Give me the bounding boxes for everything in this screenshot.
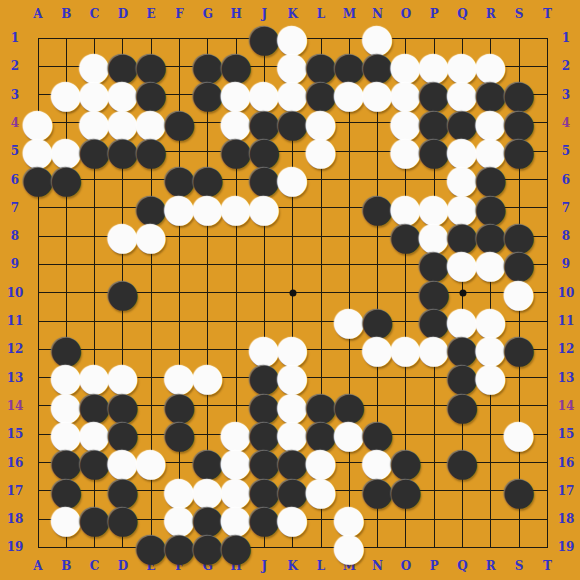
white-stone-Q9[interactable]: ●: [448, 250, 476, 278]
white-stone-R9[interactable]: ●: [477, 250, 505, 278]
white-stone-L17[interactable]: ●: [307, 477, 335, 505]
stones-layer: ●●●●●●●●●●●●●●●●●●●●●●●●●●●●●●●●●●●●●●●●…: [24, 24, 562, 562]
black-stone-J18[interactable]: ●: [250, 505, 278, 533]
row-label-right: 8: [562, 229, 570, 243]
row-label-left: 2: [11, 59, 19, 73]
black-stone-F19[interactable]: ●: [165, 533, 193, 561]
column-label-top: D: [118, 7, 128, 21]
column-label-top: L: [317, 7, 325, 21]
black-stone-F15[interactable]: ●: [165, 420, 193, 448]
black-stone-B6[interactable]: ●: [52, 165, 80, 193]
row-label-right: 9: [562, 257, 570, 271]
black-stone-P5[interactable]: ●: [420, 137, 448, 165]
black-stone-H19[interactable]: ●: [222, 533, 250, 561]
black-stone-N17[interactable]: ●: [363, 477, 391, 505]
row-label-left: 18: [7, 512, 24, 526]
white-stone-H7[interactable]: ●: [222, 194, 250, 222]
white-stone-O12[interactable]: ●: [392, 335, 420, 363]
white-stone-B3[interactable]: ●: [52, 80, 80, 108]
black-stone-A6[interactable]: ●: [24, 165, 52, 193]
row-label-right: 2: [562, 59, 570, 73]
black-stone-E5[interactable]: ●: [137, 137, 165, 165]
white-stone-R13[interactable]: ●: [477, 363, 505, 391]
black-stone-D5[interactable]: ●: [109, 137, 137, 165]
white-stone-E16[interactable]: ●: [137, 448, 165, 476]
column-label-top: G: [203, 7, 213, 21]
white-stone-M11[interactable]: ●: [335, 307, 363, 335]
black-stone-S12[interactable]: ●: [505, 335, 533, 363]
row-label-right: 3: [562, 88, 570, 102]
white-stone-G7[interactable]: ●: [194, 194, 222, 222]
black-stone-S17[interactable]: ●: [505, 477, 533, 505]
column-label-top: O: [401, 7, 411, 21]
white-stone-O5[interactable]: ●: [392, 137, 420, 165]
white-stone-L5[interactable]: ●: [307, 137, 335, 165]
black-stone-S5[interactable]: ●: [505, 137, 533, 165]
black-stone-Q14[interactable]: ●: [448, 392, 476, 420]
white-stone-M19[interactable]: ●: [335, 533, 363, 561]
row-label-right: 1: [562, 31, 570, 45]
column-label-top: C: [90, 7, 100, 21]
row-label-right: 5: [562, 144, 570, 158]
black-stone-D10[interactable]: ●: [109, 279, 137, 307]
white-stone-J7[interactable]: ●: [250, 194, 278, 222]
row-label-left: 6: [11, 173, 19, 187]
white-stone-G13[interactable]: ●: [194, 363, 222, 391]
column-label-top: E: [147, 7, 156, 21]
row-label-left: 17: [7, 484, 24, 498]
black-stone-D18[interactable]: ●: [109, 505, 137, 533]
black-stone-H5[interactable]: ●: [222, 137, 250, 165]
row-label-left: 8: [11, 229, 19, 243]
black-stone-J1[interactable]: ●: [250, 24, 278, 52]
row-label-left: 9: [11, 257, 19, 271]
black-stone-Q16[interactable]: ●: [448, 448, 476, 476]
white-stone-N3[interactable]: ●: [363, 80, 391, 108]
row-label-left: 16: [7, 456, 24, 470]
row-label-right: 6: [562, 173, 570, 187]
black-stone-C18[interactable]: ●: [80, 505, 108, 533]
row-label-left: 14: [7, 399, 24, 413]
black-stone-C5[interactable]: ●: [80, 137, 108, 165]
go-board: AABBCCDDEEFFGGHHJJKKLLMMNNOOPPQQRRSSTT11…: [0, 0, 580, 580]
column-label-top: F: [175, 7, 184, 21]
row-label-left: 5: [11, 144, 19, 158]
white-stone-S10[interactable]: ●: [505, 279, 533, 307]
white-stone-F7[interactable]: ●: [165, 194, 193, 222]
column-label-top: M: [343, 7, 356, 21]
white-stone-B18[interactable]: ●: [52, 505, 80, 533]
row-label-left: 12: [7, 342, 24, 356]
black-stone-E19[interactable]: ●: [137, 533, 165, 561]
black-stone-O17[interactable]: ●: [392, 477, 420, 505]
column-label-top: Q: [457, 7, 467, 21]
white-stone-M15[interactable]: ●: [335, 420, 363, 448]
column-label-top: P: [430, 7, 439, 21]
row-label-left: 3: [11, 88, 19, 102]
white-stone-K6[interactable]: ●: [279, 165, 307, 193]
row-label-left: 1: [11, 31, 19, 45]
white-stone-S15[interactable]: ●: [505, 420, 533, 448]
white-stone-N12[interactable]: ●: [363, 335, 391, 363]
row-label-left: 15: [7, 427, 24, 441]
row-label-left: 10: [7, 286, 24, 300]
row-label-left: 11: [7, 314, 24, 328]
row-label-left: 7: [11, 201, 19, 215]
white-stone-P12[interactable]: ●: [420, 335, 448, 363]
black-stone-G19[interactable]: ●: [194, 533, 222, 561]
column-label-top: R: [486, 7, 496, 21]
row-label-left: 13: [7, 371, 24, 385]
white-stone-K18[interactable]: ●: [279, 505, 307, 533]
column-label-top: T: [543, 7, 552, 21]
row-label-right: 4: [562, 116, 570, 130]
white-stone-M3[interactable]: ●: [335, 80, 363, 108]
row-label-right: 7: [562, 201, 570, 215]
column-label-top: S: [515, 7, 524, 21]
black-stone-F4[interactable]: ●: [165, 109, 193, 137]
white-stone-E8[interactable]: ●: [137, 222, 165, 250]
black-stone-C16[interactable]: ●: [80, 448, 108, 476]
black-stone-N7[interactable]: ●: [363, 194, 391, 222]
column-label-top: B: [61, 7, 71, 21]
black-stone-K4[interactable]: ●: [279, 109, 307, 137]
black-stone-O8[interactable]: ●: [392, 222, 420, 250]
column-label-top: A: [33, 7, 42, 21]
white-stone-D8[interactable]: ●: [109, 222, 137, 250]
row-label-left: 19: [7, 540, 24, 554]
column-label-top: H: [230, 7, 241, 21]
row-label-left: 4: [11, 116, 19, 130]
black-stone-G3[interactable]: ●: [194, 80, 222, 108]
